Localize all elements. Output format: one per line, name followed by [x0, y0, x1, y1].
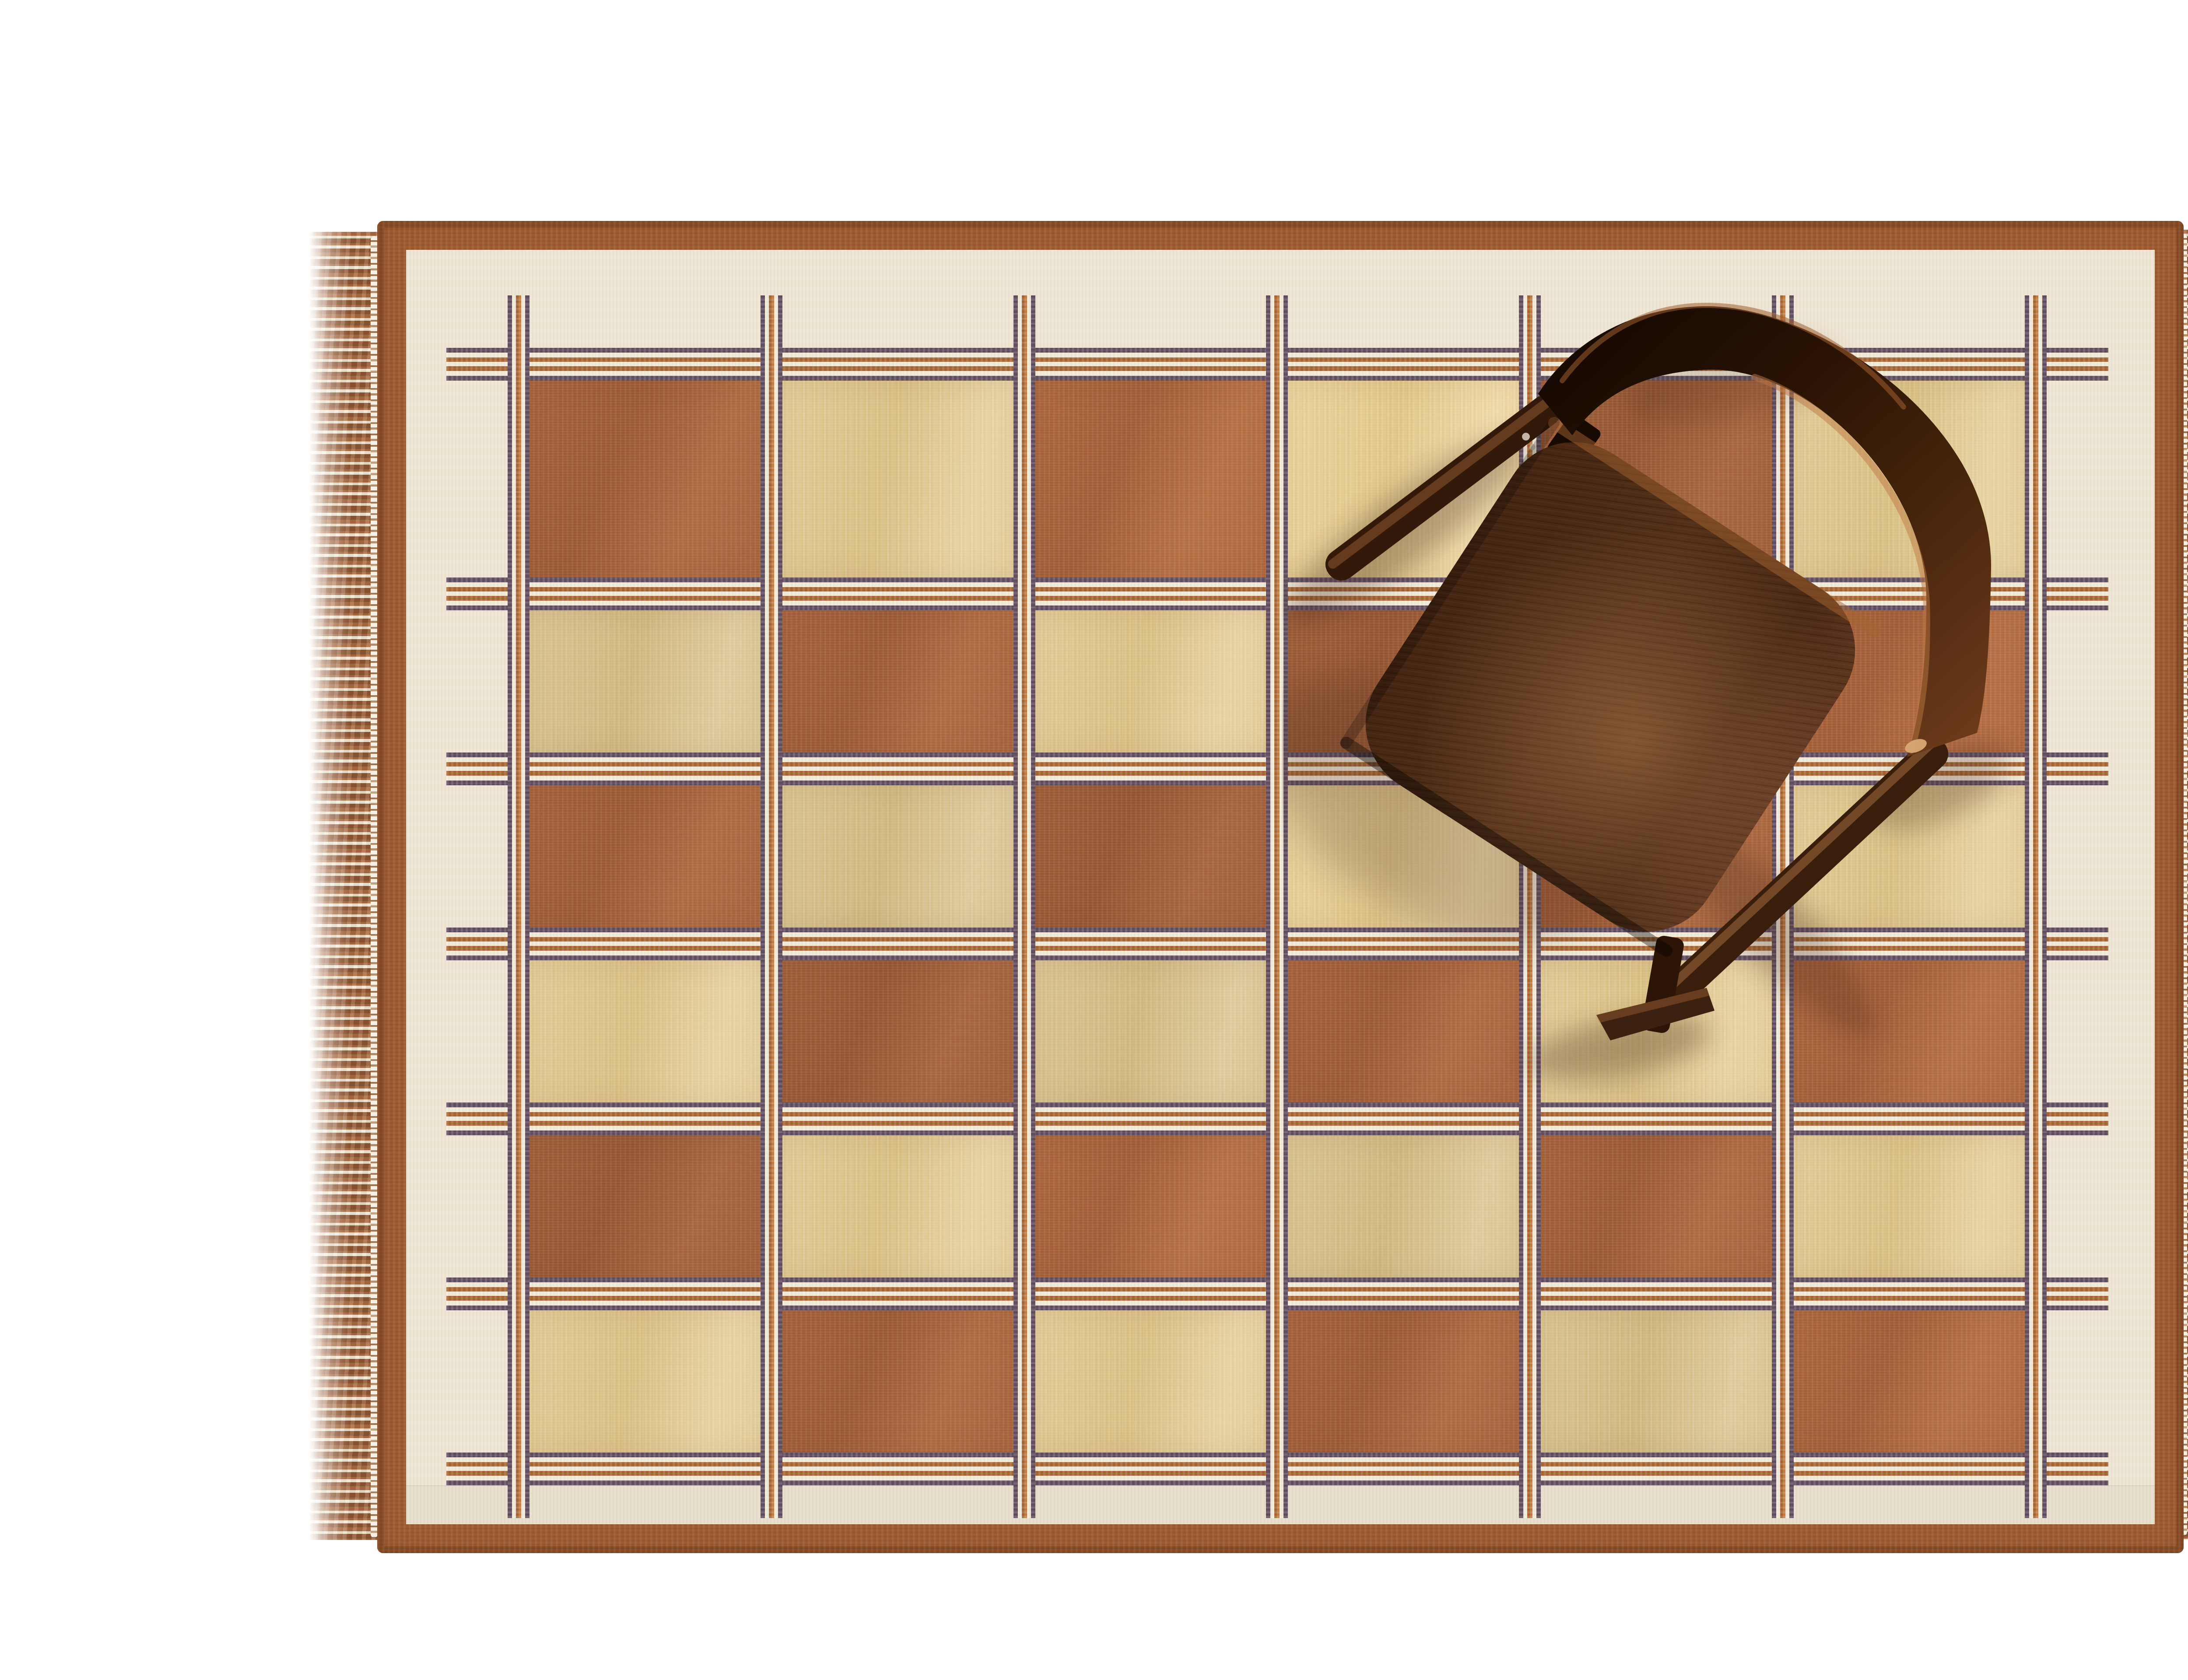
rug-square-r6c3-butter-yellow	[1024, 1310, 1277, 1452]
lattice-line-1	[508, 295, 529, 1518]
rug-square-r4c3-butter-yellow	[1024, 960, 1277, 1102]
rug-square-r1c3-terracotta	[1024, 381, 1277, 577]
lattice-line-2	[761, 295, 782, 1518]
rug-square-r6c6-terracotta	[1783, 1310, 2036, 1452]
rug-square-r5c5-terracotta	[1530, 1135, 1783, 1277]
metal-fitting	[1522, 433, 1530, 441]
rug-fringe-knots-left	[371, 236, 378, 1538]
rug-square-r1c1-terracotta	[519, 381, 771, 577]
rug-square-r2c1-butter-yellow	[519, 610, 771, 752]
chair	[1282, 262, 2048, 1094]
rug-square-r5c6-butter-yellow	[1783, 1135, 2036, 1277]
rug-square-r5c2-butter-yellow	[771, 1135, 1024, 1277]
rug-square-r6c4-terracotta	[1277, 1310, 1530, 1452]
rug-square-r3c3-terracotta	[1024, 785, 1277, 927]
rug-square-r6c1-butter-yellow	[519, 1310, 771, 1452]
rug-square-r2c2-terracotta	[771, 610, 1024, 752]
rug-fringe-left	[309, 232, 378, 1540]
rug-square-r5c4-butter-yellow	[1277, 1135, 1530, 1277]
rug-square-r6c5-butter-yellow	[1530, 1310, 1783, 1452]
rug-square-r5c1-terracotta	[519, 1135, 771, 1277]
rug-square-r3c2-butter-yellow	[771, 785, 1024, 927]
rug-square-r2c3-butter-yellow	[1024, 610, 1277, 752]
lattice-line-3	[1013, 295, 1035, 1518]
studio-backdrop	[0, 0, 2188, 1680]
rug-square-r1c2-butter-yellow	[771, 381, 1024, 577]
rug-square-r4c2-terracotta	[771, 960, 1024, 1102]
rug-square-r4c1-butter-yellow	[519, 960, 771, 1102]
rug-square-r3c1-terracotta	[519, 785, 771, 927]
rug-square-r6c2-terracotta	[771, 1310, 1024, 1452]
rug-square-r5c3-terracotta	[1024, 1135, 1277, 1277]
